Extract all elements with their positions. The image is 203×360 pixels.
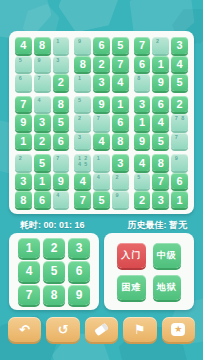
best-value: 暂无 (169, 220, 187, 230)
sudoku-cell-r8c3[interactable]: 9 (53, 173, 70, 190)
sudoku-box: 591276348 (74, 96, 128, 150)
sudoku-cell-r6c9[interactable]: 7 (171, 133, 188, 150)
sudoku-cell-r8c4[interactable]: 4 (74, 173, 91, 190)
pencil-marks: 78 (173, 115, 186, 130)
pencil-marks: 9 (36, 57, 49, 72)
difficulty-panel: 入门中级困难地狱 (104, 233, 194, 310)
sudoku-cell-r9c2[interactable]: 6 (34, 191, 51, 208)
sudoku-cell-r4c8[interactable]: 6 (152, 96, 169, 113)
sudoku-cell-r2c7[interactable]: 6 (134, 56, 151, 73)
sudoku-cell-r7c3[interactable]: 7 (53, 154, 70, 171)
restart-button[interactable]: ↺ (46, 317, 79, 342)
numpad-key-5[interactable]: 5 (43, 261, 65, 281)
sudoku-cell-r5c6[interactable]: 6 (112, 114, 129, 131)
sudoku-cell-r1c8[interactable]: 2 (152, 37, 169, 54)
sudoku-cell-r3c6[interactable]: 4 (112, 74, 129, 91)
sudoku-cell-r1c1[interactable]: 4 (15, 37, 32, 54)
flag-button[interactable]: ⚑ (123, 317, 156, 342)
flag-icon: ⚑ (134, 323, 146, 336)
sudoku-cell-r3c2[interactable]: 7 (34, 74, 51, 91)
sudoku-cell-r6c8[interactable]: 5 (152, 133, 169, 150)
sudoku-cell-r2c8[interactable]: 1 (152, 56, 169, 73)
sudoku-cell-r3c8[interactable]: 9 (152, 74, 169, 91)
sudoku-cell-r6c3[interactable]: 6 (53, 133, 70, 150)
sudoku-cell-r3c3[interactable]: 2 (53, 74, 70, 91)
pencil-marks: 6 (17, 75, 30, 90)
pencil-marks: 2 (154, 38, 167, 53)
achievement-button[interactable]: ★ (162, 317, 195, 342)
sudoku-cell-r9c7[interactable]: 2 (134, 191, 151, 208)
pencil-marks: 3 (55, 57, 68, 72)
sudoku-cell-r2c2[interactable]: 9 (34, 56, 51, 73)
sudoku-cell-r1c6[interactable]: 5 (112, 37, 129, 54)
pencil-marks: 5 (136, 174, 149, 189)
sudoku-box: 124513442759 (74, 154, 128, 208)
sudoku-cell-r5c9[interactable]: 78 (171, 114, 188, 131)
pencil-marks: 2 (17, 155, 30, 170)
sudoku-cell-r8c5[interactable]: 4 (93, 173, 110, 190)
restart-icon: ↺ (58, 323, 69, 336)
sudoku-cell-r7c1[interactable]: 2 (15, 154, 32, 171)
sudoku-cell-r4c4[interactable]: 5 (74, 96, 91, 113)
sudoku-cell-r7c2[interactable]: 5 (34, 154, 51, 171)
sudoku-cell-r9c3[interactable]: 4 (53, 191, 70, 208)
undo-icon: ↶ (19, 323, 30, 336)
pencil-marks: 1 (76, 75, 89, 90)
eraser-button[interactable] (85, 317, 118, 342)
pencil-marks: 7 (36, 75, 49, 90)
best-record: 历史最佳: 暂无 (127, 219, 187, 232)
pencil-marks: 7 (55, 155, 68, 170)
sudoku-box: 3621478957 (134, 96, 188, 150)
sudoku-cell-r5c3[interactable]: 5 (53, 114, 70, 131)
sudoku-cell-r6c4[interactable]: 3 (74, 133, 91, 150)
sudoku-cell-r6c7[interactable]: 9 (134, 133, 151, 150)
sudoku-cell-r9c6[interactable]: 9 (112, 191, 129, 208)
sudoku-cell-r2c5[interactable]: 2 (93, 56, 110, 73)
sudoku-cell-r7c8[interactable]: 8 (152, 154, 169, 171)
sudoku-cell-r4c6[interactable]: 1 (112, 96, 129, 113)
sudoku-cell-r5c8[interactable]: 4 (152, 114, 169, 131)
undo-button[interactable]: ↶ (8, 317, 41, 342)
sudoku-cell-r8c8[interactable]: 7 (152, 173, 169, 190)
sudoku-box: 748935126 (15, 96, 69, 150)
sudoku-cell-r9c9[interactable]: 1 (171, 191, 188, 208)
pencil-marks: 5 (17, 57, 30, 72)
sudoku-cell-r3c5[interactable]: 3 (93, 74, 110, 91)
sudoku-cell-r2c6[interactable]: 7 (112, 56, 129, 73)
pencil-marks: 3 (76, 134, 89, 149)
numpad-key-2[interactable]: 2 (43, 238, 65, 258)
sudoku-cell-r9c4[interactable]: 7 (74, 191, 91, 208)
pencil-marks: 2 (114, 174, 127, 189)
sudoku-box: 965827134 (74, 37, 128, 91)
sudoku-cell-r8c9[interactable]: 6 (171, 173, 188, 190)
elapsed-label: 耗时: (20, 220, 41, 230)
difficulty-button-1[interactable]: 入门 (117, 243, 146, 268)
pencil-marks: 9 (173, 155, 186, 170)
sudoku-cell-r6c5[interactable]: 4 (93, 133, 110, 150)
sudoku-cell-r8c7[interactable]: 5 (134, 173, 151, 190)
sudoku-box: 257319864 (15, 154, 69, 208)
sudoku-cell-r7c4[interactable]: 1245 (74, 154, 91, 171)
elapsed-value: 00: 01: 16 (44, 220, 85, 230)
sudoku-board: 4815936729658271347236148957489351265912… (9, 31, 194, 214)
sudoku-cell-r8c1[interactable]: 3 (15, 173, 32, 190)
sudoku-cell-r6c6[interactable]: 8 (112, 133, 129, 150)
sudoku-cell-r5c4[interactable]: 2 (74, 114, 91, 131)
status-bar: 耗时: 00: 01: 16 历史最佳: 暂无 (12, 219, 191, 232)
sudoku-cell-r4c2[interactable]: 4 (34, 96, 51, 113)
sudoku-cell-r7c5[interactable]: 1 (93, 154, 110, 171)
pencil-marks: 1 (95, 155, 108, 170)
eraser-icon (94, 323, 109, 336)
elapsed-time: 耗时: 00: 01: 16 (20, 219, 85, 232)
sudoku-cell-r3c4[interactable]: 1 (74, 74, 91, 91)
pencil-marks: 7 (173, 134, 186, 149)
sudoku-cell-r5c2[interactable]: 3 (34, 114, 51, 131)
sudoku-cell-r8c2[interactable]: 1 (34, 173, 51, 190)
sudoku-cell-r6c1[interactable]: 1 (15, 133, 32, 150)
star-badge-icon: ★ (171, 323, 185, 336)
pencil-marks: 1245 (76, 155, 89, 170)
numpad-key-6[interactable]: 6 (68, 261, 90, 281)
sudoku-box: 723614895 (134, 37, 188, 91)
sudoku-cell-r7c6[interactable]: 3 (112, 154, 129, 171)
sudoku-cell-r4c9[interactable]: 2 (171, 96, 188, 113)
pencil-marks: 8 (136, 75, 149, 90)
numpad-key-7[interactable]: 7 (18, 285, 40, 305)
pencil-marks: 9 (76, 38, 89, 53)
difficulty-button-4[interactable]: 地狱 (153, 275, 182, 300)
sudoku-cell-r9c8[interactable]: 3 (152, 191, 169, 208)
pencil-marks: 4 (55, 192, 68, 207)
sudoku-cell-r2c3[interactable]: 3 (53, 56, 70, 73)
sudoku-cell-r2c4[interactable]: 8 (74, 56, 91, 73)
pencil-marks: 4 (36, 97, 49, 112)
sudoku-cell-r9c5[interactable]: 5 (93, 191, 110, 208)
sudoku-app: 4815936729658271347236148957489351265912… (0, 0, 203, 360)
sudoku-cell-r1c5[interactable]: 6 (93, 37, 110, 54)
pencil-marks: 9 (114, 192, 127, 207)
pencil-marks: 4 (95, 174, 108, 189)
sudoku-cell-r1c4[interactable]: 9 (74, 37, 91, 54)
sudoku-cell-r4c5[interactable]: 9 (93, 96, 110, 113)
difficulty-button-3[interactable]: 困难 (117, 275, 146, 300)
sudoku-cell-r3c7[interactable]: 8 (134, 74, 151, 91)
sudoku-cell-r1c7[interactable]: 7 (134, 37, 151, 54)
best-label: 历史最佳: (127, 220, 166, 230)
sudoku-cell-r6c2[interactable]: 2 (34, 133, 51, 150)
sudoku-box: 481593672 (15, 37, 69, 91)
sudoku-box: 489576231 (134, 154, 188, 208)
numpad-key-9[interactable]: 9 (68, 285, 90, 305)
sudoku-cell-r5c5[interactable]: 7 (93, 114, 110, 131)
numpad-key-4[interactable]: 4 (18, 261, 40, 281)
sudoku-cell-r1c9[interactable]: 3 (171, 37, 188, 54)
toolbar: ↶↺⚑★ (8, 317, 195, 342)
sudoku-cell-r5c1[interactable]: 9 (15, 114, 32, 131)
sudoku-cell-r7c7[interactable]: 4 (134, 154, 151, 171)
pencil-marks: 2 (76, 115, 89, 130)
pencil-marks: 7 (95, 115, 108, 130)
number-pad: 123456789 (9, 233, 99, 310)
sudoku-cell-r9c1[interactable]: 8 (15, 191, 32, 208)
sudoku-cell-r4c3[interactable]: 8 (53, 96, 70, 113)
pencil-marks: 1 (55, 38, 68, 53)
sudoku-cell-r7c9[interactable]: 9 (171, 154, 188, 171)
numpad-key-1[interactable]: 1 (18, 238, 40, 258)
sudoku-cell-r2c9[interactable]: 4 (171, 56, 188, 73)
pencil-marks: 5 (76, 97, 89, 112)
sudoku-cell-r5c7[interactable]: 1 (134, 114, 151, 131)
sudoku-cell-r4c7[interactable]: 3 (134, 96, 151, 113)
numpad-key-3[interactable]: 3 (68, 238, 90, 258)
sudoku-cell-r1c3[interactable]: 1 (53, 37, 70, 54)
sudoku-cell-r1c2[interactable]: 8 (34, 37, 51, 54)
numpad-key-8[interactable]: 8 (43, 285, 65, 305)
sudoku-cell-r3c1[interactable]: 6 (15, 74, 32, 91)
difficulty-button-2[interactable]: 中级 (153, 243, 182, 268)
sudoku-cell-r2c1[interactable]: 5 (15, 56, 32, 73)
sudoku-cell-r8c6[interactable]: 2 (112, 173, 129, 190)
sudoku-cell-r4c1[interactable]: 7 (15, 96, 32, 113)
sudoku-cell-r3c9[interactable]: 5 (171, 74, 188, 91)
